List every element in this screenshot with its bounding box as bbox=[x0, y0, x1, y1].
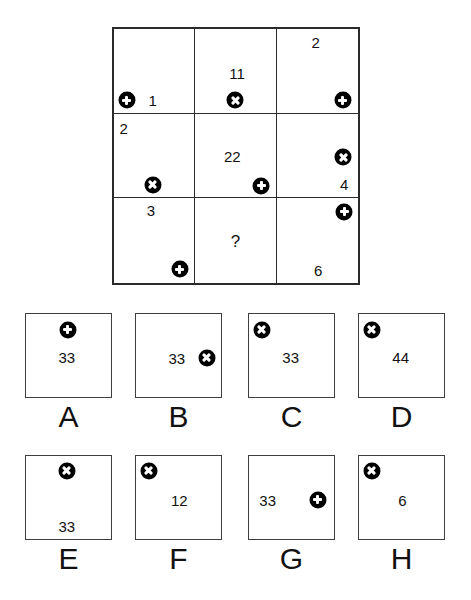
option-label-g: G bbox=[248, 543, 335, 575]
cross-icon bbox=[363, 462, 380, 479]
cell-number: 33 bbox=[58, 518, 75, 533]
question-mark: ? bbox=[231, 232, 240, 249]
grid-cell-r2c3: 4 bbox=[277, 114, 358, 199]
option-label-a: A bbox=[25, 401, 112, 433]
puzzle-page: 111222243?6 33A33B33C44D33E12F33G6H bbox=[0, 0, 471, 600]
cross-icon bbox=[140, 462, 157, 479]
cell-number: 12 bbox=[171, 492, 188, 507]
option-g: 33G bbox=[248, 455, 335, 575]
option-box-d[interactable]: 44 bbox=[358, 313, 445, 398]
option-box-a[interactable]: 33 bbox=[25, 313, 112, 398]
puzzle-matrix-grid: 111222243?6 bbox=[112, 27, 360, 285]
grid-cell-r1c2: 11 bbox=[195, 29, 276, 114]
cell-number: 22 bbox=[224, 149, 241, 164]
cell-number: 2 bbox=[312, 35, 320, 50]
option-a: 33A bbox=[25, 313, 112, 433]
cell-number: 33 bbox=[282, 350, 299, 365]
cell-number: 6 bbox=[398, 492, 406, 507]
option-label-c: C bbox=[248, 401, 335, 433]
cross-icon bbox=[227, 92, 244, 109]
grid-cell-r3c2: ? bbox=[195, 198, 276, 283]
cell-number: 33 bbox=[58, 350, 75, 365]
option-d: 44D bbox=[358, 313, 445, 433]
cell-number: 11 bbox=[229, 65, 245, 80]
cross-icon bbox=[253, 321, 270, 338]
cell-number: 2 bbox=[119, 120, 127, 135]
option-b: 33B bbox=[135, 313, 222, 433]
plus-icon bbox=[309, 491, 326, 508]
cell-number: 6 bbox=[314, 263, 322, 278]
cross-icon bbox=[144, 176, 161, 193]
cell-number: 4 bbox=[340, 176, 348, 191]
grid-cell-r2c1: 2 bbox=[114, 114, 195, 199]
grid-cell-r3c3: 6 bbox=[277, 198, 358, 283]
option-box-h[interactable]: 6 bbox=[358, 455, 445, 540]
grid-cell-r1c1: 1 bbox=[114, 29, 195, 114]
option-f: 12F bbox=[135, 455, 222, 575]
grid-cell-r2c2: 22 bbox=[195, 114, 276, 199]
option-label-b: B bbox=[135, 401, 222, 433]
option-e: 33E bbox=[25, 455, 112, 575]
option-c: 33C bbox=[248, 313, 335, 433]
plus-icon bbox=[59, 321, 76, 338]
plus-icon bbox=[171, 261, 188, 278]
option-box-g[interactable]: 33 bbox=[248, 455, 335, 540]
cell-number: 44 bbox=[392, 350, 409, 365]
option-label-f: F bbox=[135, 543, 222, 575]
cross-icon bbox=[198, 349, 215, 366]
cross-icon bbox=[363, 321, 380, 338]
plus-icon bbox=[336, 203, 353, 220]
option-label-d: D bbox=[358, 401, 445, 433]
grid-cell-r3c1: 3 bbox=[114, 198, 195, 283]
option-label-e: E bbox=[25, 543, 112, 575]
plus-icon bbox=[253, 177, 270, 194]
option-box-e[interactable]: 33 bbox=[25, 455, 112, 540]
cell-number: 3 bbox=[147, 203, 155, 218]
option-label-h: H bbox=[358, 543, 445, 575]
cross-icon bbox=[58, 462, 75, 479]
cell-number: 33 bbox=[168, 350, 185, 365]
plus-icon bbox=[118, 92, 135, 109]
option-h: 6H bbox=[358, 455, 445, 575]
plus-icon bbox=[334, 92, 351, 109]
grid-cell-r1c3: 2 bbox=[277, 29, 358, 114]
option-box-b[interactable]: 33 bbox=[135, 313, 222, 398]
option-box-f[interactable]: 12 bbox=[135, 455, 222, 540]
cell-number: 1 bbox=[148, 93, 156, 108]
cross-icon bbox=[335, 149, 352, 166]
option-box-c[interactable]: 33 bbox=[248, 313, 335, 398]
cell-number: 33 bbox=[259, 492, 276, 507]
